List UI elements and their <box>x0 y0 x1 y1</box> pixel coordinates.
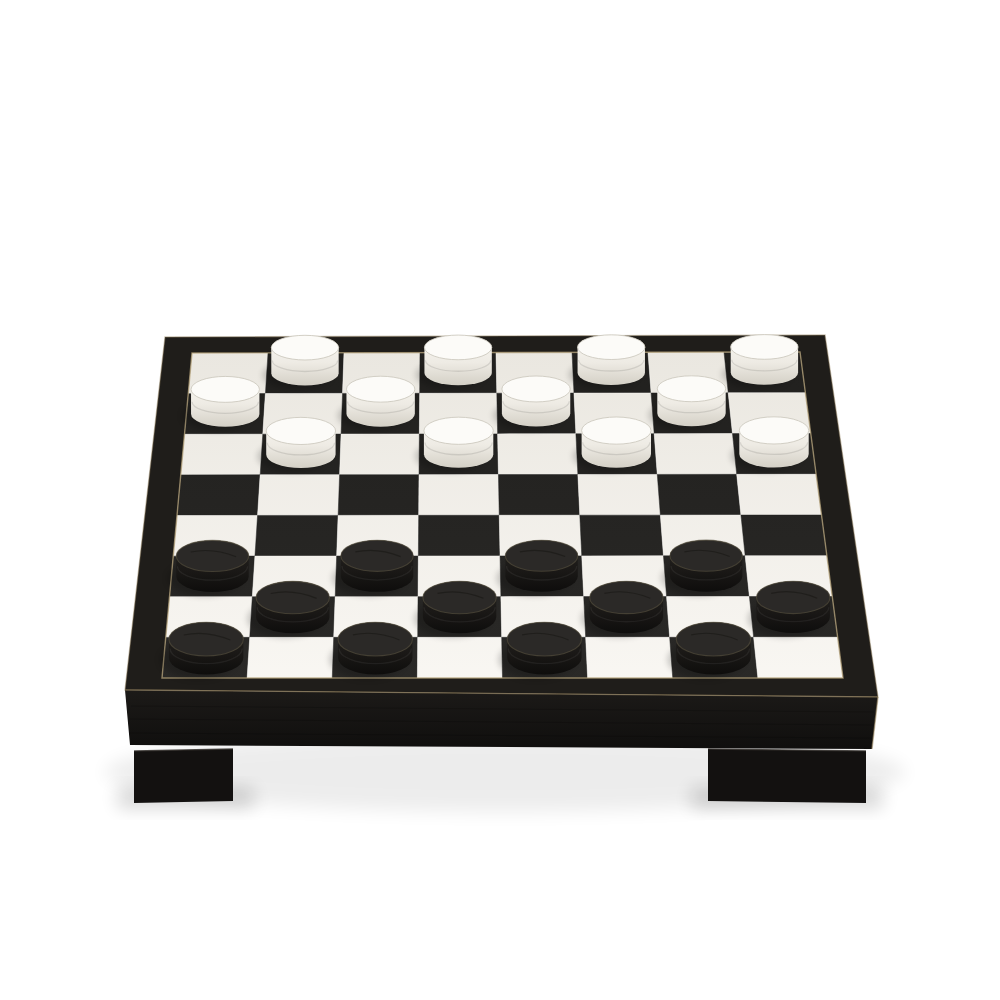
square-r3-c7-light[interactable] <box>654 434 737 475</box>
board-foot-right <box>708 749 866 803</box>
checker-white-r2-c7[interactable] <box>649 376 726 430</box>
checker-white-r1-c4[interactable] <box>416 335 492 389</box>
square-r4-c7-dark[interactable] <box>657 474 741 515</box>
square-r8-c6-light[interactable] <box>586 637 673 678</box>
square-r4-c8-light[interactable] <box>737 474 822 515</box>
board-foot-left <box>134 749 233 803</box>
checker-white-r2-c3[interactable] <box>338 376 415 430</box>
square-r4-c4-light[interactable] <box>419 475 500 516</box>
checker-white-r3-c6[interactable] <box>573 417 651 472</box>
square-r5-c6-dark[interactable] <box>580 515 664 556</box>
square-r8-c4-light[interactable] <box>417 637 502 678</box>
square-r4-c5-dark[interactable] <box>498 474 579 515</box>
square-r8-c2-light[interactable] <box>247 637 334 678</box>
checker-black-r6-c3[interactable] <box>332 540 413 596</box>
square-r4-c2-light[interactable] <box>258 475 340 516</box>
square-r8-c8-light[interactable] <box>754 637 843 678</box>
checker-black-r6-c5[interactable] <box>497 540 578 596</box>
checker-white-r1-c8[interactable] <box>722 335 798 389</box>
square-r4-c3-dark[interactable] <box>338 475 419 516</box>
square-r3-c1-light[interactable] <box>181 434 263 475</box>
square-r3-c3-light[interactable] <box>340 434 420 475</box>
checker-white-r2-c1[interactable] <box>182 376 259 430</box>
checkers-board-scene <box>0 0 1000 1000</box>
square-r5-c2-dark[interactable] <box>255 515 338 556</box>
checker-white-r3-c8[interactable] <box>731 417 809 472</box>
checker-white-r1-c2[interactable] <box>263 335 339 389</box>
checker-black-r6-c7[interactable] <box>661 540 742 596</box>
checker-white-r2-c5[interactable] <box>493 376 570 430</box>
checker-black-r6-c1[interactable] <box>168 540 249 596</box>
square-r4-c1-dark[interactable] <box>177 475 260 516</box>
square-r4-c6-light[interactable] <box>578 474 661 515</box>
square-r5-c8-dark[interactable] <box>741 515 827 556</box>
square-r5-c4-dark[interactable] <box>418 515 500 556</box>
checker-white-r3-c4[interactable] <box>415 417 493 472</box>
photo-stage <box>0 0 1000 1000</box>
square-r3-c5-light[interactable] <box>498 434 578 475</box>
checker-white-r1-c6[interactable] <box>569 335 645 389</box>
checker-white-r3-c2[interactable] <box>258 417 336 472</box>
